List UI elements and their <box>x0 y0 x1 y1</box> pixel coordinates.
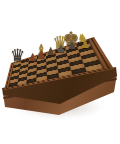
piece-white-pawn: ♟ <box>27 52 38 63</box>
piece-white-pawn: ♟ <box>80 39 91 50</box>
chess-set-product-photo: ♛♝♛♚♞♟♟♟♟♟♟ <box>0 0 120 144</box>
piece-black-queen: ♛ <box>9 47 26 64</box>
piece-black-pawn: ♟ <box>56 43 67 54</box>
piece-black-pawn: ♟ <box>46 46 57 57</box>
piece-black-pawn: ♟ <box>67 40 78 51</box>
